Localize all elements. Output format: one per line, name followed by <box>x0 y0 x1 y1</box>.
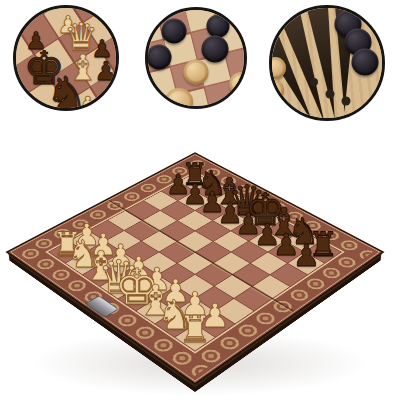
main-board-scene: ♜♞♝♛♚♝♞♜♟♟♟♟♟♟♟♟♟♟♟♟♟♟♟♟♜♞♝♛♚♝♞♜ <box>0 0 400 400</box>
product-photo-canvas: { "product": { "name": "Wooden folding 3… <box>0 0 400 400</box>
board-squares <box>45 171 345 354</box>
